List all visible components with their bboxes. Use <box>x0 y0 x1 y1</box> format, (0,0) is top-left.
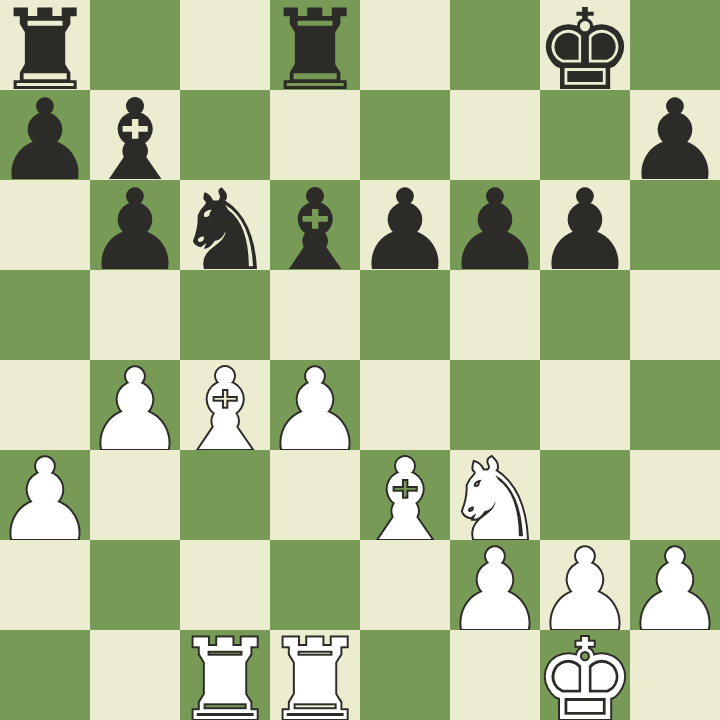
square-b6[interactable]: ♟ <box>90 180 180 270</box>
black-bishop-d6[interactable]: ♝ <box>265 185 365 275</box>
square-h6[interactable] <box>630 180 720 270</box>
square-g1[interactable]: ♚ <box>540 630 630 720</box>
square-e6[interactable]: ♟ <box>360 180 450 270</box>
square-d4[interactable]: ♟ <box>270 360 360 450</box>
white-pawn-h2[interactable]: ♟ <box>625 545 720 635</box>
black-pawn-f6[interactable]: ♟ <box>445 185 545 275</box>
square-a2[interactable] <box>0 540 90 630</box>
square-a1[interactable] <box>0 630 90 720</box>
square-a3[interactable]: ♟ <box>0 450 90 540</box>
square-b4[interactable]: ♟ <box>90 360 180 450</box>
square-h1[interactable] <box>630 630 720 720</box>
square-h4[interactable] <box>630 360 720 450</box>
square-h7[interactable]: ♟ <box>630 90 720 180</box>
white-rook-c1[interactable]: ♜ <box>175 635 275 720</box>
black-pawn-b6[interactable]: ♟ <box>85 185 185 275</box>
square-a6[interactable] <box>0 180 90 270</box>
white-pawn-d4[interactable]: ♟ <box>265 365 365 455</box>
square-f5[interactable] <box>450 270 540 360</box>
square-c3[interactable] <box>180 450 270 540</box>
white-pawn-f2[interactable]: ♟ <box>445 545 545 635</box>
square-b3[interactable] <box>90 450 180 540</box>
square-g6[interactable]: ♟ <box>540 180 630 270</box>
white-bishop-e3[interactable]: ♝ <box>355 455 455 545</box>
square-g4[interactable] <box>540 360 630 450</box>
white-king-g1[interactable]: ♚ <box>535 635 635 720</box>
square-h2[interactable]: ♟ <box>630 540 720 630</box>
square-f6[interactable]: ♟ <box>450 180 540 270</box>
square-d8[interactable]: ♜ <box>270 0 360 90</box>
square-b1[interactable] <box>90 630 180 720</box>
square-f8[interactable] <box>450 0 540 90</box>
square-f2[interactable]: ♟ <box>450 540 540 630</box>
chess-board: ♜♜♚♟♝♟♟♞♝♟♟♟♟♝♟♟♝♞♟♟♟♜♜♚ <box>0 0 720 720</box>
square-c8[interactable] <box>180 0 270 90</box>
square-f1[interactable] <box>450 630 540 720</box>
black-pawn-e6[interactable]: ♟ <box>355 185 455 275</box>
square-c4[interactable]: ♝ <box>180 360 270 450</box>
black-pawn-a7[interactable]: ♟ <box>0 95 95 185</box>
black-rook-d8[interactable]: ♜ <box>265 5 365 95</box>
square-g8[interactable]: ♚ <box>540 0 630 90</box>
square-h5[interactable] <box>630 270 720 360</box>
black-king-g8[interactable]: ♚ <box>535 5 635 95</box>
square-d1[interactable]: ♜ <box>270 630 360 720</box>
square-b2[interactable] <box>90 540 180 630</box>
white-rook-d1[interactable]: ♜ <box>265 635 365 720</box>
square-c6[interactable]: ♞ <box>180 180 270 270</box>
black-knight-c6[interactable]: ♞ <box>175 185 275 275</box>
square-d6[interactable]: ♝ <box>270 180 360 270</box>
square-e5[interactable] <box>360 270 450 360</box>
square-e3[interactable]: ♝ <box>360 450 450 540</box>
square-a5[interactable] <box>0 270 90 360</box>
square-e1[interactable] <box>360 630 450 720</box>
black-pawn-g6[interactable]: ♟ <box>535 185 635 275</box>
white-pawn-a3[interactable]: ♟ <box>0 455 95 545</box>
square-a7[interactable]: ♟ <box>0 90 90 180</box>
square-d3[interactable] <box>270 450 360 540</box>
square-e2[interactable] <box>360 540 450 630</box>
white-pawn-b4[interactable]: ♟ <box>85 365 185 455</box>
square-g5[interactable] <box>540 270 630 360</box>
black-pawn-h7[interactable]: ♟ <box>625 95 720 185</box>
square-e8[interactable] <box>360 0 450 90</box>
white-bishop-c4[interactable]: ♝ <box>175 365 275 455</box>
square-c1[interactable]: ♜ <box>180 630 270 720</box>
